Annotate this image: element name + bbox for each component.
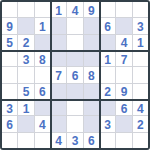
cell-r4c4[interactable] [51,51,66,66]
box-divider-vertical-2 [99,2,101,148]
cell-r6c6[interactable] [84,84,99,99]
given-digit: 6 [39,86,46,98]
cell-r2c2[interactable] [18,18,33,33]
cell-r2c4[interactable] [51,18,66,33]
cell-r4c7[interactable]: 1 [100,51,115,66]
given-digit: 2 [104,86,111,98]
cell-r7c1[interactable]: 3 [2,100,17,115]
cell-r2c1[interactable]: 9 [2,18,17,33]
cell-r7c6[interactable] [84,100,99,115]
cell-r7c8[interactable]: 6 [116,100,131,115]
sudoku-grid: 149916352413817768562931646432436 [2,2,148,148]
cell-r5c2[interactable] [18,67,33,82]
given-digit: 1 [23,102,30,114]
cell-r1c5[interactable]: 4 [67,2,82,17]
sudoku-board: 149916352413817768562931646432436 [0,0,150,150]
cell-r2c6[interactable] [84,18,99,33]
cell-r5c6[interactable]: 8 [84,67,99,82]
cell-r5c3[interactable] [35,67,50,82]
cell-r9c5[interactable]: 3 [67,133,82,148]
cell-r9c2[interactable] [18,133,33,148]
given-digit: 1 [104,53,111,65]
cell-r5c5[interactable]: 6 [67,67,82,82]
cell-r4c3[interactable]: 8 [35,51,50,66]
cell-r1c7[interactable] [100,2,115,17]
cell-r7c5[interactable] [67,100,82,115]
given-digit: 9 [88,4,95,16]
cell-r3c3[interactable] [35,35,50,50]
cell-r6c3[interactable]: 6 [35,84,50,99]
given-digit: 3 [23,53,30,65]
cell-r9c9[interactable] [133,133,148,148]
given-digit: 6 [72,69,79,81]
cell-r7c4[interactable] [51,100,66,115]
given-digit: 3 [72,135,79,147]
cell-r7c9[interactable]: 4 [133,100,148,115]
given-digit: 5 [23,86,30,98]
cell-r6c1[interactable] [2,84,17,99]
cell-r6c4[interactable] [51,84,66,99]
cell-r9c8[interactable] [116,133,131,148]
cell-r6c2[interactable]: 5 [18,84,33,99]
cell-r8c3[interactable]: 4 [35,116,50,131]
given-digit: 9 [121,86,128,98]
cell-r2c3[interactable]: 1 [35,18,50,33]
cell-r1c6[interactable]: 9 [84,2,99,17]
cell-r8c2[interactable] [18,116,33,131]
given-digit: 6 [6,118,13,130]
cell-r9c3[interactable] [35,133,50,148]
cell-r9c7[interactable] [100,133,115,148]
cell-r4c9[interactable] [133,51,148,66]
given-digit: 3 [137,20,144,32]
cell-r4c2[interactable]: 3 [18,51,33,66]
given-digit: 1 [39,20,46,32]
cell-r6c5[interactable] [67,84,82,99]
cell-r5c7[interactable] [100,67,115,82]
cell-r7c2[interactable]: 1 [18,100,33,115]
given-digit: 6 [121,102,128,114]
cell-r4c1[interactable] [2,51,17,66]
cell-r1c3[interactable] [35,2,50,17]
cell-r8c9[interactable]: 2 [133,116,148,131]
cell-r1c2[interactable] [18,2,33,17]
cell-r8c4[interactable] [51,116,66,131]
given-digit: 7 [55,69,62,81]
box-divider-horizontal-2 [2,99,148,101]
cell-r3c7[interactable] [100,35,115,50]
cell-r8c6[interactable] [84,116,99,131]
given-digit: 2 [23,37,30,49]
given-digit: 4 [55,135,62,147]
cell-r3c5[interactable] [67,35,82,50]
given-digit: 8 [88,69,95,81]
cell-r5c9[interactable] [133,67,148,82]
given-digit: 3 [6,102,13,114]
cell-r3c6[interactable] [84,35,99,50]
given-digit: 7 [121,53,128,65]
cell-r4c5[interactable] [67,51,82,66]
cell-r7c7[interactable] [100,100,115,115]
cell-r1c1[interactable] [2,2,17,17]
cell-r5c4[interactable]: 7 [51,67,66,82]
cell-r2c8[interactable] [116,18,131,33]
cell-r1c4[interactable]: 1 [51,2,66,17]
cell-r3c1[interactable]: 5 [2,35,17,50]
cell-r8c1[interactable]: 6 [2,116,17,131]
cell-r3c8[interactable]: 4 [116,35,131,50]
given-digit: 4 [137,102,144,114]
given-digit: 3 [104,118,111,130]
cell-r5c8[interactable] [116,67,131,82]
given-digit: 4 [72,4,79,16]
cell-r9c1[interactable] [2,133,17,148]
given-digit: 8 [39,53,46,65]
cell-r6c8[interactable]: 9 [116,84,131,99]
cell-r4c6[interactable] [84,51,99,66]
cell-r2c7[interactable]: 6 [100,18,115,33]
cell-r2c9[interactable]: 3 [133,18,148,33]
cell-r6c9[interactable] [133,84,148,99]
cell-r1c9[interactable] [133,2,148,17]
given-digit: 4 [39,118,46,130]
cell-r5c1[interactable] [2,67,17,82]
given-digit: 5 [6,37,13,49]
cell-r3c9[interactable]: 1 [133,35,148,50]
given-digit: 1 [137,37,144,49]
cell-r8c8[interactable] [116,116,131,131]
cell-r2c5[interactable] [67,18,82,33]
given-digit: 4 [121,37,128,49]
given-digit: 9 [6,20,13,32]
cell-r3c2[interactable]: 2 [18,35,33,50]
cell-r9c6[interactable]: 6 [84,133,99,148]
given-digit: 6 [104,20,111,32]
cell-r4c8[interactable]: 7 [116,51,131,66]
cell-r1c8[interactable] [116,2,131,17]
cell-r8c7[interactable]: 3 [100,116,115,131]
given-digit: 6 [88,135,95,147]
given-digit: 2 [137,118,144,130]
box-divider-vertical-1 [50,2,52,148]
cell-r7c3[interactable] [35,100,50,115]
cell-r3c4[interactable] [51,35,66,50]
cell-r6c7[interactable]: 2 [100,84,115,99]
given-digit: 1 [55,4,62,16]
cell-r8c5[interactable] [67,116,82,131]
box-divider-horizontal-1 [2,50,148,52]
cell-r9c4[interactable]: 4 [51,133,66,148]
